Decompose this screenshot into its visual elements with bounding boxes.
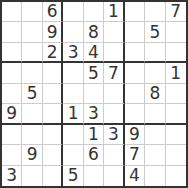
sudoku-cell-r5c8[interactable]: 8 xyxy=(145,84,165,104)
sudoku-cell-r3c9[interactable] xyxy=(166,43,186,63)
sudoku-cell-r1c7[interactable] xyxy=(125,2,145,22)
sudoku-cell-r4c4[interactable] xyxy=(63,63,83,83)
sudoku-cell-r1c8[interactable] xyxy=(145,2,165,22)
sudoku-cell-r7c1[interactable] xyxy=(2,125,22,145)
sudoku-cell-r1c9[interactable]: 7 xyxy=(166,2,186,22)
sudoku-cell-r4c1[interactable] xyxy=(2,63,22,83)
sudoku-board: 61798523457158913139967354 xyxy=(0,0,188,188)
sudoku-cell-r9c5[interactable] xyxy=(84,166,104,186)
sudoku-cell-r3c5[interactable]: 4 xyxy=(84,43,104,63)
sudoku-cell-r2c3[interactable]: 9 xyxy=(43,22,63,42)
sudoku-cell-r9c1[interactable]: 3 xyxy=(2,166,22,186)
sudoku-cell-r8c5[interactable]: 6 xyxy=(84,145,104,165)
sudoku-cell-r8c2[interactable]: 9 xyxy=(22,145,42,165)
sudoku-cell-r5c5[interactable] xyxy=(84,84,104,104)
sudoku-cell-r3c7[interactable] xyxy=(125,43,145,63)
sudoku-cell-r6c7[interactable] xyxy=(125,104,145,124)
sudoku-cell-r9c3[interactable] xyxy=(43,166,63,186)
sudoku-cell-r2c6[interactable] xyxy=(104,22,124,42)
sudoku-cell-r7c4[interactable] xyxy=(63,125,83,145)
sudoku-cell-r1c5[interactable] xyxy=(84,2,104,22)
sudoku-cell-r1c2[interactable] xyxy=(22,2,42,22)
sudoku-cell-r5c2[interactable]: 5 xyxy=(22,84,42,104)
sudoku-cell-r9c4[interactable]: 5 xyxy=(63,166,83,186)
sudoku-cell-r4c8[interactable] xyxy=(145,63,165,83)
sudoku-cell-r9c8[interactable] xyxy=(145,166,165,186)
sudoku-cell-r7c2[interactable] xyxy=(22,125,42,145)
sudoku-cell-r6c3[interactable] xyxy=(43,104,63,124)
sudoku-cell-r2c4[interactable] xyxy=(63,22,83,42)
sudoku-cell-r8c9[interactable] xyxy=(166,145,186,165)
sudoku-cell-r2c7[interactable] xyxy=(125,22,145,42)
sudoku-cell-r3c6[interactable] xyxy=(104,43,124,63)
sudoku-cell-r2c5[interactable]: 8 xyxy=(84,22,104,42)
sudoku-cell-r7c7[interactable]: 9 xyxy=(125,125,145,145)
sudoku-cell-r8c7[interactable]: 7 xyxy=(125,145,145,165)
sudoku-cell-r4c7[interactable] xyxy=(125,63,145,83)
sudoku-cell-r4c5[interactable]: 5 xyxy=(84,63,104,83)
sudoku-cell-r6c9[interactable] xyxy=(166,104,186,124)
sudoku-cell-r4c2[interactable] xyxy=(22,63,42,83)
sudoku-cell-r1c4[interactable] xyxy=(63,2,83,22)
sudoku-cell-r7c6[interactable]: 3 xyxy=(104,125,124,145)
sudoku-cell-r4c6[interactable]: 7 xyxy=(104,63,124,83)
sudoku-cell-r7c8[interactable] xyxy=(145,125,165,145)
sudoku-cell-r5c4[interactable] xyxy=(63,84,83,104)
sudoku-cell-r7c3[interactable] xyxy=(43,125,63,145)
sudoku-cell-r4c3[interactable] xyxy=(43,63,63,83)
sudoku-cell-r3c1[interactable] xyxy=(2,43,22,63)
sudoku-cell-r3c4[interactable]: 3 xyxy=(63,43,83,63)
sudoku-cell-r1c1[interactable] xyxy=(2,2,22,22)
sudoku-cell-r2c2[interactable] xyxy=(22,22,42,42)
sudoku-cell-r3c8[interactable] xyxy=(145,43,165,63)
sudoku-cell-r9c7[interactable]: 4 xyxy=(125,166,145,186)
sudoku-cell-r9c6[interactable] xyxy=(104,166,124,186)
sudoku-cell-r2c1[interactable] xyxy=(2,22,22,42)
sudoku-cell-r1c3[interactable]: 6 xyxy=(43,2,63,22)
sudoku-cell-r7c9[interactable] xyxy=(166,125,186,145)
sudoku-cell-r5c7[interactable] xyxy=(125,84,145,104)
sudoku-cell-r8c8[interactable] xyxy=(145,145,165,165)
sudoku-cell-r6c1[interactable]: 9 xyxy=(2,104,22,124)
sudoku-cell-r8c4[interactable] xyxy=(63,145,83,165)
sudoku-cell-r9c9[interactable] xyxy=(166,166,186,186)
sudoku-cell-r8c3[interactable] xyxy=(43,145,63,165)
sudoku-cell-r3c2[interactable] xyxy=(22,43,42,63)
sudoku-cell-r6c4[interactable]: 1 xyxy=(63,104,83,124)
sudoku-cell-r9c2[interactable] xyxy=(22,166,42,186)
sudoku-cell-r5c3[interactable] xyxy=(43,84,63,104)
sudoku-cell-r5c1[interactable] xyxy=(2,84,22,104)
sudoku-cell-r2c8[interactable]: 5 xyxy=(145,22,165,42)
sudoku-cell-r8c6[interactable] xyxy=(104,145,124,165)
sudoku-cell-r5c6[interactable] xyxy=(104,84,124,104)
sudoku-cell-r6c2[interactable] xyxy=(22,104,42,124)
sudoku-cell-r5c9[interactable] xyxy=(166,84,186,104)
sudoku-cell-r3c3[interactable]: 2 xyxy=(43,43,63,63)
sudoku-cell-r8c1[interactable] xyxy=(2,145,22,165)
sudoku-cell-r7c5[interactable]: 1 xyxy=(84,125,104,145)
sudoku-cell-r1c6[interactable]: 1 xyxy=(104,2,124,22)
sudoku-cell-r6c8[interactable] xyxy=(145,104,165,124)
sudoku-cell-r6c5[interactable]: 3 xyxy=(84,104,104,124)
sudoku-cell-r6c6[interactable] xyxy=(104,104,124,124)
sudoku-cell-r4c9[interactable]: 1 xyxy=(166,63,186,83)
sudoku-cell-r2c9[interactable] xyxy=(166,22,186,42)
